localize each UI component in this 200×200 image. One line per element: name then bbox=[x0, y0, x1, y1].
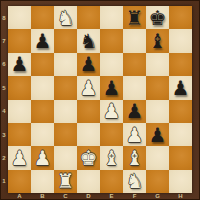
square-c8[interactable]: ♞ bbox=[54, 6, 77, 29]
white-pawn[interactable]: ♟ bbox=[100, 100, 123, 123]
white-knight[interactable]: ♞ bbox=[123, 170, 146, 193]
square-c6[interactable] bbox=[54, 53, 77, 76]
square-g5[interactable] bbox=[146, 76, 169, 99]
square-a6[interactable]: ♟ bbox=[8, 53, 31, 76]
square-f7[interactable] bbox=[123, 29, 146, 52]
square-h6[interactable] bbox=[169, 53, 192, 76]
black-pawn[interactable]: ♟ bbox=[169, 76, 192, 99]
square-b7[interactable]: ♟ bbox=[31, 29, 54, 52]
white-rook[interactable]: ♜ bbox=[54, 170, 77, 193]
square-c7[interactable] bbox=[54, 29, 77, 52]
square-g3[interactable]: ♟ bbox=[146, 123, 169, 146]
square-b8[interactable] bbox=[31, 6, 54, 29]
square-d5[interactable]: ♟ bbox=[77, 76, 100, 99]
square-e8[interactable] bbox=[100, 6, 123, 29]
square-b2[interactable]: ♟ bbox=[31, 146, 54, 169]
square-e4[interactable]: ♟ bbox=[100, 100, 123, 123]
square-h4[interactable] bbox=[169, 100, 192, 123]
square-a3[interactable] bbox=[8, 123, 31, 146]
black-pawn[interactable]: ♟ bbox=[123, 100, 146, 123]
white-pawn[interactable]: ♟ bbox=[123, 123, 146, 146]
square-h7[interactable] bbox=[169, 29, 192, 52]
square-h5[interactable]: ♟ bbox=[169, 76, 192, 99]
square-h8[interactable] bbox=[169, 6, 192, 29]
square-d7[interactable]: ♞ bbox=[77, 29, 100, 52]
square-a7[interactable] bbox=[8, 29, 31, 52]
square-g1[interactable] bbox=[146, 170, 169, 193]
square-e6[interactable] bbox=[100, 53, 123, 76]
rank-label-7: 7 bbox=[0, 29, 8, 52]
chess-board-widget: ♞♜♚♟♞♝♟♟♟♟♟♟♟♟♟♟♟♚♝♝♜♞ 87654321 ABCDEFGH bbox=[0, 0, 200, 200]
white-pawn[interactable]: ♟ bbox=[8, 146, 31, 169]
square-e2[interactable]: ♝ bbox=[100, 146, 123, 169]
square-f2[interactable]: ♝ bbox=[123, 146, 146, 169]
black-pawn[interactable]: ♟ bbox=[100, 76, 123, 99]
square-g8[interactable]: ♚ bbox=[146, 6, 169, 29]
file-label-d: D bbox=[77, 192, 100, 200]
white-bishop[interactable]: ♝ bbox=[123, 146, 146, 169]
square-e7[interactable] bbox=[100, 29, 123, 52]
square-a2[interactable]: ♟ bbox=[8, 146, 31, 169]
square-a8[interactable] bbox=[8, 6, 31, 29]
square-a4[interactable] bbox=[8, 100, 31, 123]
file-label-c: C bbox=[54, 192, 77, 200]
rank-labels: 87654321 bbox=[0, 6, 8, 193]
rank-label-8: 8 bbox=[0, 6, 8, 29]
square-c4[interactable] bbox=[54, 100, 77, 123]
white-bishop[interactable]: ♝ bbox=[100, 146, 123, 169]
square-a1[interactable] bbox=[8, 170, 31, 193]
white-pawn[interactable]: ♟ bbox=[31, 146, 54, 169]
square-b4[interactable] bbox=[31, 100, 54, 123]
square-e5[interactable]: ♟ bbox=[100, 76, 123, 99]
white-knight[interactable]: ♞ bbox=[54, 6, 77, 29]
black-knight[interactable]: ♞ bbox=[77, 29, 100, 52]
white-pawn[interactable]: ♟ bbox=[77, 76, 100, 99]
black-rook[interactable]: ♜ bbox=[123, 6, 146, 29]
square-d2[interactable]: ♚ bbox=[77, 146, 100, 169]
rank-label-4: 4 bbox=[0, 100, 8, 123]
square-d1[interactable] bbox=[77, 170, 100, 193]
white-king[interactable]: ♚ bbox=[77, 146, 100, 169]
square-c5[interactable] bbox=[54, 76, 77, 99]
square-e1[interactable] bbox=[100, 170, 123, 193]
black-bishop[interactable]: ♝ bbox=[146, 29, 169, 52]
square-d8[interactable] bbox=[77, 6, 100, 29]
square-g7[interactable]: ♝ bbox=[146, 29, 169, 52]
square-g4[interactable] bbox=[146, 100, 169, 123]
rank-label-2: 2 bbox=[0, 146, 8, 169]
square-h2[interactable] bbox=[169, 146, 192, 169]
square-e3[interactable] bbox=[100, 123, 123, 146]
square-b5[interactable] bbox=[31, 76, 54, 99]
square-g2[interactable] bbox=[146, 146, 169, 169]
square-f8[interactable]: ♜ bbox=[123, 6, 146, 29]
square-f1[interactable]: ♞ bbox=[123, 170, 146, 193]
square-d6[interactable]: ♟ bbox=[77, 53, 100, 76]
rank-label-1: 1 bbox=[0, 170, 8, 193]
square-c2[interactable] bbox=[54, 146, 77, 169]
square-d4[interactable] bbox=[77, 100, 100, 123]
black-pawn[interactable]: ♟ bbox=[8, 53, 31, 76]
square-a5[interactable] bbox=[8, 76, 31, 99]
rank-label-3: 3 bbox=[0, 123, 8, 146]
square-b6[interactable] bbox=[31, 53, 54, 76]
square-c1[interactable]: ♜ bbox=[54, 170, 77, 193]
rank-label-6: 6 bbox=[0, 53, 8, 76]
square-f5[interactable] bbox=[123, 76, 146, 99]
square-h3[interactable] bbox=[169, 123, 192, 146]
file-labels: ABCDEFGH bbox=[8, 192, 192, 200]
file-label-h: H bbox=[169, 192, 192, 200]
file-label-b: B bbox=[31, 192, 54, 200]
square-c3[interactable] bbox=[54, 123, 77, 146]
file-label-e: E bbox=[100, 192, 123, 200]
square-g6[interactable] bbox=[146, 53, 169, 76]
square-f4[interactable]: ♟ bbox=[123, 100, 146, 123]
square-d3[interactable] bbox=[77, 123, 100, 146]
square-b3[interactable] bbox=[31, 123, 54, 146]
black-pawn[interactable]: ♟ bbox=[31, 29, 54, 52]
file-label-a: A bbox=[8, 192, 31, 200]
chess-board[interactable]: ♞♜♚♟♞♝♟♟♟♟♟♟♟♟♟♟♟♚♝♝♜♞ bbox=[8, 6, 192, 193]
black-pawn[interactable]: ♟ bbox=[77, 53, 100, 76]
file-label-f: F bbox=[123, 192, 146, 200]
square-b1[interactable] bbox=[31, 170, 54, 193]
rank-label-5: 5 bbox=[0, 76, 8, 99]
file-label-g: G bbox=[146, 192, 169, 200]
square-f3[interactable]: ♟ bbox=[123, 123, 146, 146]
square-h1[interactable] bbox=[169, 170, 192, 193]
black-king[interactable]: ♚ bbox=[146, 6, 169, 29]
square-f6[interactable] bbox=[123, 53, 146, 76]
black-pawn[interactable]: ♟ bbox=[146, 123, 169, 146]
